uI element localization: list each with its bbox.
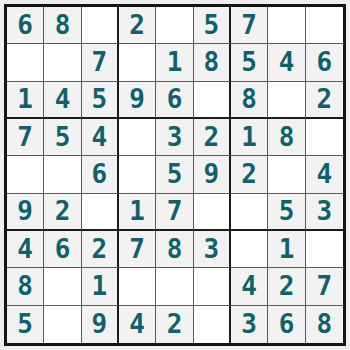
cell-r3c2[interactable]: 4 — [44, 82, 81, 119]
cell-r1c3[interactable] — [82, 7, 119, 44]
cell-r8c3[interactable]: 1 — [82, 268, 119, 305]
cell-r7c3[interactable]: 2 — [82, 231, 119, 268]
cell-r2c2[interactable] — [44, 44, 81, 81]
cell-r3c3[interactable]: 5 — [82, 82, 119, 119]
cell-r7c4[interactable]: 7 — [119, 231, 156, 268]
sudoku-board: 6825771854614596827543218659249217534627… — [4, 4, 346, 346]
cell-r1c7[interactable]: 7 — [231, 7, 268, 44]
cell-r8c4[interactable] — [119, 268, 156, 305]
cell-r5c3[interactable]: 6 — [82, 156, 119, 193]
cell-r8c7[interactable]: 4 — [231, 268, 268, 305]
cell-r3c8[interactable] — [268, 82, 305, 119]
cell-r8c1[interactable]: 8 — [7, 268, 44, 305]
cell-r1c5[interactable] — [156, 7, 193, 44]
sudoku-page: 6825771854614596827543218659249217534627… — [0, 0, 350, 350]
cell-r6c3[interactable] — [82, 194, 119, 231]
cell-r3c6[interactable] — [194, 82, 231, 119]
cell-r4c6[interactable]: 2 — [194, 119, 231, 156]
cell-r5c1[interactable] — [7, 156, 44, 193]
cell-r3c7[interactable]: 8 — [231, 82, 268, 119]
cell-r2c4[interactable] — [119, 44, 156, 81]
cell-r2c1[interactable] — [7, 44, 44, 81]
cell-r4c5[interactable]: 3 — [156, 119, 193, 156]
cell-r5c4[interactable] — [119, 156, 156, 193]
cell-r6c1[interactable]: 9 — [7, 194, 44, 231]
cell-r9c8[interactable]: 6 — [268, 306, 305, 343]
cell-r2c8[interactable]: 4 — [268, 44, 305, 81]
cell-r4c3[interactable]: 4 — [82, 119, 119, 156]
cell-r9c2[interactable] — [44, 306, 81, 343]
cell-r6c5[interactable]: 7 — [156, 194, 193, 231]
cell-r4c2[interactable]: 5 — [44, 119, 81, 156]
cell-r5c2[interactable] — [44, 156, 81, 193]
cell-r5c8[interactable] — [268, 156, 305, 193]
cell-r7c6[interactable]: 3 — [194, 231, 231, 268]
cell-r3c4[interactable]: 9 — [119, 82, 156, 119]
cell-r7c9[interactable] — [306, 231, 343, 268]
cell-r4c4[interactable] — [119, 119, 156, 156]
cell-r1c8[interactable] — [268, 7, 305, 44]
cell-r1c1[interactable]: 6 — [7, 7, 44, 44]
cell-r5c5[interactable]: 5 — [156, 156, 193, 193]
cell-r9c4[interactable]: 4 — [119, 306, 156, 343]
cell-r5c6[interactable]: 9 — [194, 156, 231, 193]
cell-r6c9[interactable]: 3 — [306, 194, 343, 231]
cell-r8c8[interactable]: 2 — [268, 268, 305, 305]
cell-r7c1[interactable]: 4 — [7, 231, 44, 268]
cell-r2c6[interactable]: 8 — [194, 44, 231, 81]
cell-r7c2[interactable]: 6 — [44, 231, 81, 268]
cell-r7c5[interactable]: 8 — [156, 231, 193, 268]
cell-r9c5[interactable]: 2 — [156, 306, 193, 343]
cell-r9c6[interactable] — [194, 306, 231, 343]
cell-r5c7[interactable]: 2 — [231, 156, 268, 193]
cell-r6c6[interactable] — [194, 194, 231, 231]
cell-r9c9[interactable]: 8 — [306, 306, 343, 343]
cell-r9c7[interactable]: 3 — [231, 306, 268, 343]
cell-r1c6[interactable]: 5 — [194, 7, 231, 44]
cell-r6c4[interactable]: 1 — [119, 194, 156, 231]
cell-r4c9[interactable] — [306, 119, 343, 156]
cell-r7c8[interactable]: 1 — [268, 231, 305, 268]
cell-r1c9[interactable] — [306, 7, 343, 44]
cell-r7c7[interactable] — [231, 231, 268, 268]
cell-r2c7[interactable]: 5 — [231, 44, 268, 81]
cell-r2c9[interactable]: 6 — [306, 44, 343, 81]
cell-r8c2[interactable] — [44, 268, 81, 305]
cell-r3c9[interactable]: 2 — [306, 82, 343, 119]
cell-r6c2[interactable]: 2 — [44, 194, 81, 231]
cell-r3c1[interactable]: 1 — [7, 82, 44, 119]
cell-r8c5[interactable] — [156, 268, 193, 305]
cell-r5c9[interactable]: 4 — [306, 156, 343, 193]
cell-r8c6[interactable] — [194, 268, 231, 305]
cell-r2c5[interactable]: 1 — [156, 44, 193, 81]
cell-r9c3[interactable]: 9 — [82, 306, 119, 343]
cell-r8c9[interactable]: 7 — [306, 268, 343, 305]
cell-r1c4[interactable]: 2 — [119, 7, 156, 44]
cell-r3c5[interactable]: 6 — [156, 82, 193, 119]
cell-r6c8[interactable]: 5 — [268, 194, 305, 231]
cell-r1c2[interactable]: 8 — [44, 7, 81, 44]
cell-r4c1[interactable]: 7 — [7, 119, 44, 156]
cell-r4c8[interactable]: 8 — [268, 119, 305, 156]
cell-r9c1[interactable]: 5 — [7, 306, 44, 343]
cell-r4c7[interactable]: 1 — [231, 119, 268, 156]
cell-r2c3[interactable]: 7 — [82, 44, 119, 81]
cell-r6c7[interactable] — [231, 194, 268, 231]
